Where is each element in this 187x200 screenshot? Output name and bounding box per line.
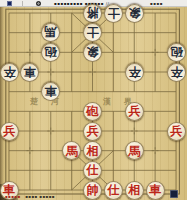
piece-red-general[interactable]: 帥: [83, 181, 102, 200]
piece-black-soldier[interactable]: 卒: [0, 63, 19, 82]
piece-red-horse[interactable]: 馬: [125, 141, 144, 160]
toolbar-menu-text[interactable]: ▪▪▪▪▪▪▪▪▪ ▪▪▪▪▪▪ ∕∕: [54, 1, 109, 6]
piece-black-general[interactable]: 將: [83, 4, 102, 23]
piece-black-soldier[interactable]: 卒: [125, 63, 144, 82]
piece-red-soldier[interactable]: 兵: [0, 122, 19, 141]
piece-black-soldier[interactable]: 卒: [167, 63, 186, 82]
piece-red-elephant[interactable]: 相: [125, 181, 144, 200]
piece-black-chariot[interactable]: 車: [20, 63, 39, 82]
status-move-text-dark: ▪▪▪▪ ▪▪▪▪▪: [25, 194, 55, 199]
status-move-text-red: ▪▪▪▪▪: [5, 194, 21, 199]
piece-black-cannon[interactable]: 砲: [167, 43, 186, 62]
settings-gear-icon[interactable]: [36, 1, 41, 6]
status-bar: ▪▪▪▪▪ ▪▪▪▪ ▪▪▪▪▪: [5, 194, 55, 199]
piece-black-elephant[interactable]: 象: [125, 4, 144, 23]
toolbar-right-text[interactable]: ▪▪▪▪: [150, 1, 163, 6]
board-edge-shadow: [0, 7, 4, 200]
piece-black-advisor[interactable]: 士: [104, 4, 123, 23]
piece-red-soldier[interactable]: 兵: [125, 102, 144, 121]
app-seal-icon[interactable]: [170, 190, 178, 198]
toolbar-separator: [22, 1, 23, 6]
xiangqi-app-window: 楚 河 漢 界 ▪▪▪▪▪▪▪▪▪ ▪▪▪▪▪▪ ∕∕ ▪▪▪▪ 將士象馬士砲象…: [0, 0, 187, 200]
piece-red-advisor[interactable]: 仕: [104, 181, 123, 200]
piece-black-cannon[interactable]: 砲: [41, 43, 60, 62]
piece-red-advisor[interactable]: 仕: [83, 161, 102, 180]
piece-black-elephant[interactable]: 象: [83, 43, 102, 62]
piece-red-soldier[interactable]: 兵: [83, 122, 102, 141]
piece-red-chariot[interactable]: 車: [146, 181, 165, 200]
piece-red-cannon[interactable]: 砲: [83, 102, 102, 121]
app-grid-icon[interactable]: [7, 1, 12, 6]
piece-red-soldier[interactable]: 兵: [167, 122, 186, 141]
